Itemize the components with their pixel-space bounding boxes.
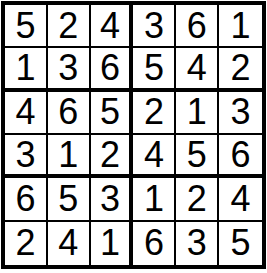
sudoku-cell[interactable]: 5	[219, 222, 262, 265]
sudoku-cell[interactable]: 3	[48, 48, 91, 91]
sudoku-cell[interactable]: 1	[91, 222, 134, 265]
sudoku-cell[interactable]: 4	[219, 178, 262, 221]
sudoku-cell[interactable]: 1	[5, 48, 48, 91]
sudoku-cell[interactable]: 3	[176, 222, 219, 265]
sudoku-cell[interactable]: 4	[91, 5, 134, 48]
sudoku-cell[interactable]: 2	[48, 5, 91, 48]
sudoku-cell[interactable]: 5	[48, 178, 91, 221]
sudoku-cell[interactable]: 6	[219, 135, 262, 178]
sudoku-cell[interactable]: 5	[91, 92, 134, 135]
sudoku-cell[interactable]: 3	[219, 92, 262, 135]
sudoku-cell[interactable]: 5	[133, 48, 176, 91]
sudoku-cell[interactable]: 6	[91, 48, 134, 91]
sudoku-cell[interactable]: 1	[133, 178, 176, 221]
sudoku-cell[interactable]: 6	[5, 178, 48, 221]
sudoku-cell[interactable]: 2	[133, 92, 176, 135]
sudoku-cell[interactable]: 4	[48, 222, 91, 265]
sudoku-board: 524361136542465213312456653124241635	[1, 1, 266, 269]
sudoku-cell[interactable]: 5	[176, 135, 219, 178]
sudoku-cell[interactable]: 1	[48, 135, 91, 178]
sudoku-cell[interactable]: 6	[133, 222, 176, 265]
sudoku-cell[interactable]: 3	[133, 5, 176, 48]
sudoku-cell[interactable]: 4	[5, 92, 48, 135]
sudoku-cell[interactable]: 1	[176, 92, 219, 135]
sudoku-cell[interactable]: 5	[5, 5, 48, 48]
sudoku-cell[interactable]: 6	[48, 92, 91, 135]
sudoku-cell[interactable]: 2	[91, 135, 134, 178]
sudoku-cell[interactable]: 2	[5, 222, 48, 265]
sudoku-cell[interactable]: 1	[219, 5, 262, 48]
sudoku-cell[interactable]: 2	[176, 178, 219, 221]
sudoku-cell[interactable]: 4	[133, 135, 176, 178]
sudoku-cell[interactable]: 3	[5, 135, 48, 178]
sudoku-cell[interactable]: 3	[91, 178, 134, 221]
sudoku-cell[interactable]: 6	[176, 5, 219, 48]
sudoku-cell[interactable]: 4	[176, 48, 219, 91]
sudoku-cell[interactable]: 2	[219, 48, 262, 91]
